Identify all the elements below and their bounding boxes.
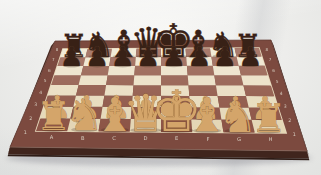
rank-label-right-5: 5 <box>276 79 279 84</box>
piece-black-pawn[interactable]: ♟ <box>111 41 135 72</box>
piece-black-pawn[interactable]: ♟ <box>213 41 237 72</box>
rank-label-right-1: 1 <box>293 131 296 137</box>
rank-label-right-8: 8 <box>266 47 269 52</box>
piece-black-pawn[interactable]: ♟ <box>136 41 160 72</box>
piece-black-pawn[interactable]: ♟ <box>85 41 109 72</box>
rank-label-left-6: 6 <box>48 68 51 73</box>
piece-white-rook[interactable]: ♜ <box>251 96 286 141</box>
piece-black-pawn[interactable]: ♟ <box>59 41 83 72</box>
rank-label-right-2: 2 <box>288 118 291 123</box>
rank-label-left-5: 5 <box>44 78 47 83</box>
piece-black-pawn[interactable]: ♟ <box>162 41 186 72</box>
rank-label-left-1: 1 <box>24 129 27 135</box>
rank-label-right-7: 7 <box>269 57 272 62</box>
rank-label-left-2: 2 <box>29 116 32 121</box>
rank-label-left-8: 8 <box>56 47 59 52</box>
piece-black-pawn[interactable]: ♟ <box>187 41 211 72</box>
rank-label-right-6: 6 <box>272 68 275 73</box>
piece-black-pawn[interactable]: ♟ <box>238 41 262 72</box>
rank-label-left-7: 7 <box>52 57 55 62</box>
board-svg: AABBCCDDEEFFGGHH1122334455667788♜♞♝♛♚♝♞♜… <box>0 0 321 175</box>
tablecloth-scene: AABBCCDDEEFFGGHH1122334455667788♜♞♝♛♚♝♞♜… <box>0 0 321 175</box>
